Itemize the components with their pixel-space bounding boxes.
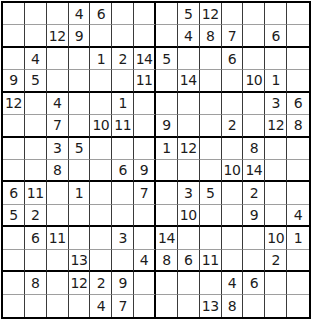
cell-r2c2[interactable] [25, 25, 47, 47]
cell-r11c1[interactable] [3, 227, 25, 249]
cell-r5c7[interactable] [134, 93, 156, 115]
cell-r13c12: 6 [243, 272, 265, 294]
cell-r1c9: 5 [178, 3, 200, 25]
cell-r4c13: 1 [265, 70, 287, 92]
cell-r10c14: 4 [287, 205, 309, 227]
cell-r14c4[interactable] [69, 295, 91, 317]
cell-r13c11: 4 [222, 272, 244, 294]
cell-r7c12: 8 [243, 138, 265, 160]
cell-r12c2[interactable] [25, 250, 47, 272]
cell-r8c7: 9 [134, 160, 156, 182]
cell-r8c13[interactable] [265, 160, 287, 182]
cell-r9c7: 7 [134, 182, 156, 204]
cell-r11c8: 14 [156, 227, 178, 249]
cell-r11c7[interactable] [134, 227, 156, 249]
cell-r1c6[interactable] [112, 3, 134, 25]
cell-r2c9: 4 [178, 25, 200, 47]
cell-r13c7[interactable] [134, 272, 156, 294]
cell-r7c10[interactable] [200, 138, 222, 160]
cell-r3c1[interactable] [3, 48, 25, 70]
cell-r6c4[interactable] [69, 115, 91, 137]
cell-r12c9: 6 [178, 250, 200, 272]
cell-r8c5[interactable] [90, 160, 112, 182]
cell-r3c14[interactable] [287, 48, 309, 70]
cell-r10c13[interactable] [265, 205, 287, 227]
cell-r2c1[interactable] [3, 25, 25, 47]
cell-r14c6: 7 [112, 295, 134, 317]
cell-r5c9[interactable] [178, 93, 200, 115]
cell-r3c8: 5 [156, 48, 178, 70]
cell-r12c11[interactable] [222, 250, 244, 272]
cell-r7c9: 12 [178, 138, 200, 160]
cell-r9c2: 11 [25, 182, 47, 204]
cell-r9c5[interactable] [90, 182, 112, 204]
cell-r13c6: 9 [112, 272, 134, 294]
cell-r13c4: 12 [69, 272, 91, 294]
cell-r1c3[interactable] [47, 3, 69, 25]
cell-r3c13[interactable] [265, 48, 287, 70]
cell-r1c5: 6 [90, 3, 112, 25]
cell-r12c10: 11 [200, 250, 222, 272]
cell-r11c4[interactable] [69, 227, 91, 249]
cell-r3c12[interactable] [243, 48, 265, 70]
cell-r12c7: 4 [134, 250, 156, 272]
cell-r5c4[interactable] [69, 93, 91, 115]
cell-r4c10[interactable] [200, 70, 222, 92]
cell-r12c14[interactable] [287, 250, 309, 272]
cell-r3c4[interactable] [69, 48, 91, 70]
cell-r7c1[interactable] [3, 138, 25, 160]
cell-r1c8[interactable] [156, 3, 178, 25]
cell-r6c2[interactable] [25, 115, 47, 137]
cell-r13c5: 2 [90, 272, 112, 294]
cell-r4c4[interactable] [69, 70, 91, 92]
cell-r2c4: 9 [69, 25, 91, 47]
cell-r10c10[interactable] [200, 205, 222, 227]
cell-r6c11: 2 [222, 115, 244, 137]
cell-r5c2[interactable] [25, 93, 47, 115]
cell-r6c14: 8 [287, 115, 309, 137]
cell-r12c5[interactable] [90, 250, 112, 272]
cell-r3c3[interactable] [47, 48, 69, 70]
cell-r1c12[interactable] [243, 3, 265, 25]
cell-r4c11[interactable] [222, 70, 244, 92]
cell-r2c3: 12 [47, 25, 69, 47]
cell-r1c4: 4 [69, 3, 91, 25]
cell-r14c11: 8 [222, 295, 244, 317]
cell-r6c12[interactable] [243, 115, 265, 137]
cell-r3c9[interactable] [178, 48, 200, 70]
cell-r10c2: 2 [25, 205, 47, 227]
cell-r8c12: 14 [243, 160, 265, 182]
cell-r10c6[interactable] [112, 205, 134, 227]
cell-r11c2: 6 [25, 227, 47, 249]
cell-r14c3[interactable] [47, 295, 69, 317]
cell-r13c3[interactable] [47, 272, 69, 294]
cell-r2c8[interactable] [156, 25, 178, 47]
cell-r10c4[interactable] [69, 205, 91, 227]
cell-r8c11: 10 [222, 160, 244, 182]
cell-r1c14[interactable] [287, 3, 309, 25]
cell-r11c5[interactable] [90, 227, 112, 249]
cell-r8c4[interactable] [69, 160, 91, 182]
cell-r4c12: 10 [243, 70, 265, 92]
cell-r3c6: 2 [112, 48, 134, 70]
cell-r5c8[interactable] [156, 93, 178, 115]
cell-r1c10: 12 [200, 3, 222, 25]
cell-r13c2: 8 [25, 272, 47, 294]
cell-r12c12[interactable] [243, 250, 265, 272]
cell-r5c3: 4 [47, 93, 69, 115]
cell-r12c8: 8 [156, 250, 178, 272]
cell-r2c14[interactable] [287, 25, 309, 47]
cell-r7c8: 1 [156, 138, 178, 160]
cell-r4c6[interactable] [112, 70, 134, 92]
cell-r14c7[interactable] [134, 295, 156, 317]
cell-r7c7[interactable] [134, 138, 156, 160]
cell-r14c9[interactable] [178, 295, 200, 317]
cell-r9c6[interactable] [112, 182, 134, 204]
cell-r2c11: 7 [222, 25, 244, 47]
cell-r11c11[interactable] [222, 227, 244, 249]
cell-r2c13: 6 [265, 25, 287, 47]
cell-r4c7: 11 [134, 70, 156, 92]
cell-r13c14[interactable] [287, 272, 309, 294]
cell-r10c3[interactable] [47, 205, 69, 227]
cell-r13c8[interactable] [156, 272, 178, 294]
puzzle-page: 4651212948764121456951114101124136710119… [0, 0, 312, 320]
cell-r3c11: 6 [222, 48, 244, 70]
cell-r6c10[interactable] [200, 115, 222, 137]
cell-r5c1: 12 [3, 93, 25, 115]
cell-r2c6[interactable] [112, 25, 134, 47]
cell-r4c5[interactable] [90, 70, 112, 92]
cell-r8c1[interactable] [3, 160, 25, 182]
cell-r4c8[interactable] [156, 70, 178, 92]
cell-r5c10[interactable] [200, 93, 222, 115]
cell-r9c3[interactable] [47, 182, 69, 204]
cell-r13c13[interactable] [265, 272, 287, 294]
cell-r1c11[interactable] [222, 3, 244, 25]
cell-r4c9: 14 [178, 70, 200, 92]
cell-r7c13[interactable] [265, 138, 287, 160]
cell-r11c10[interactable] [200, 227, 222, 249]
sudoku-board: 4651212948764121456951114101124136710119… [1, 1, 311, 319]
cell-r10c5[interactable] [90, 205, 112, 227]
cell-r6c13: 12 [265, 115, 287, 137]
cell-r12c3[interactable] [47, 250, 69, 272]
cell-r11c14: 1 [287, 227, 309, 249]
cell-r10c8[interactable] [156, 205, 178, 227]
cell-r8c9[interactable] [178, 160, 200, 182]
cell-r13c9[interactable] [178, 272, 200, 294]
cell-r9c9: 3 [178, 182, 200, 204]
cell-r4c14[interactable] [287, 70, 309, 92]
cell-r14c5: 4 [90, 295, 112, 317]
cell-r3c2: 4 [25, 48, 47, 70]
cell-r11c12[interactable] [243, 227, 265, 249]
cell-r12c13: 2 [265, 250, 287, 272]
cell-r7c14[interactable] [287, 138, 309, 160]
cell-r8c14[interactable] [287, 160, 309, 182]
cell-r6c9[interactable] [178, 115, 200, 137]
cell-r2c10: 8 [200, 25, 222, 47]
cell-r1c2[interactable] [25, 3, 47, 25]
cell-r5c14: 6 [287, 93, 309, 115]
cell-r2c5[interactable] [90, 25, 112, 47]
cell-r4c3[interactable] [47, 70, 69, 92]
cell-r6c8: 9 [156, 115, 178, 137]
cell-r3c10[interactable] [200, 48, 222, 70]
cell-r12c1[interactable] [3, 250, 25, 272]
cell-r5c12[interactable] [243, 93, 265, 115]
cell-r10c11[interactable] [222, 205, 244, 227]
cell-r14c8[interactable] [156, 295, 178, 317]
cell-r9c8[interactable] [156, 182, 178, 204]
cell-r11c13: 10 [265, 227, 287, 249]
cell-r8c6: 6 [112, 160, 134, 182]
cell-r5c5[interactable] [90, 93, 112, 115]
cell-r13c10[interactable] [200, 272, 222, 294]
cell-r6c5: 10 [90, 115, 112, 137]
cell-r7c2[interactable] [25, 138, 47, 160]
cell-r14c2[interactable] [25, 295, 47, 317]
cell-r6c1[interactable] [3, 115, 25, 137]
cell-r14c12[interactable] [243, 295, 265, 317]
cell-r7c5[interactable] [90, 138, 112, 160]
cell-r10c7[interactable] [134, 205, 156, 227]
cell-r12c6[interactable] [112, 250, 134, 272]
cell-r7c11[interactable] [222, 138, 244, 160]
cell-r14c10: 13 [200, 295, 222, 317]
cell-r7c6[interactable] [112, 138, 134, 160]
cell-r6c6: 11 [112, 115, 134, 137]
cell-r9c1: 6 [3, 182, 25, 204]
cell-r14c14[interactable] [287, 295, 309, 317]
cell-r11c9[interactable] [178, 227, 200, 249]
cell-r13c1[interactable] [3, 272, 25, 294]
cell-r8c8[interactable] [156, 160, 178, 182]
cell-r9c12: 2 [243, 182, 265, 204]
cell-r9c4: 1 [69, 182, 91, 204]
cell-r10c1: 5 [3, 205, 25, 227]
cell-r8c2[interactable] [25, 160, 47, 182]
cell-r1c7[interactable] [134, 3, 156, 25]
cell-r2c12[interactable] [243, 25, 265, 47]
cell-r14c1[interactable] [3, 295, 25, 317]
cell-r8c10[interactable] [200, 160, 222, 182]
cell-r6c7[interactable] [134, 115, 156, 137]
cell-r14c13[interactable] [265, 295, 287, 317]
cell-r2c7[interactable] [134, 25, 156, 47]
cell-r7c3: 3 [47, 138, 69, 160]
cell-r4c1: 9 [3, 70, 25, 92]
cell-r8c3: 8 [47, 160, 69, 182]
cell-r5c13: 3 [265, 93, 287, 115]
cell-r10c9: 10 [178, 205, 200, 227]
cell-r9c13[interactable] [265, 182, 287, 204]
cell-r3c5: 1 [90, 48, 112, 70]
cell-r11c3: 11 [47, 227, 69, 249]
cell-r9c10: 5 [200, 182, 222, 204]
cell-r4c2: 5 [25, 70, 47, 92]
cell-r3c7: 14 [134, 48, 156, 70]
cell-r1c1[interactable] [3, 3, 25, 25]
cell-r5c11[interactable] [222, 93, 244, 115]
cell-r11c6: 3 [112, 227, 134, 249]
cell-r9c11[interactable] [222, 182, 244, 204]
cell-r7c4: 5 [69, 138, 91, 160]
cell-r6c3: 7 [47, 115, 69, 137]
cell-r1c13[interactable] [265, 3, 287, 25]
cell-r12c4: 13 [69, 250, 91, 272]
cell-r10c12: 9 [243, 205, 265, 227]
cell-r5c6: 1 [112, 93, 134, 115]
cell-r9c14[interactable] [287, 182, 309, 204]
